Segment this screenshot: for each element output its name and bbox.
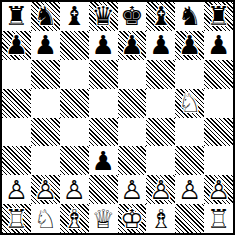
square-g1[interactable] bbox=[175, 204, 204, 233]
square-f3[interactable] bbox=[146, 146, 175, 175]
square-c3[interactable] bbox=[60, 146, 89, 175]
square-c7[interactable] bbox=[60, 31, 89, 60]
square-f5[interactable] bbox=[146, 89, 175, 118]
square-d5[interactable] bbox=[89, 89, 118, 118]
square-a6[interactable] bbox=[2, 60, 31, 89]
square-h4[interactable] bbox=[204, 118, 233, 147]
square-a3[interactable] bbox=[2, 146, 31, 175]
square-b7[interactable]: ♟ bbox=[31, 31, 60, 60]
piece-black-pawn: ♟ bbox=[91, 148, 114, 174]
square-f4[interactable] bbox=[146, 118, 175, 147]
square-b5[interactable] bbox=[31, 89, 60, 118]
square-e4[interactable] bbox=[118, 118, 147, 147]
piece-black-pawn: ♟ bbox=[5, 32, 28, 58]
piece-white-rook: ♖ bbox=[207, 206, 230, 232]
piece-white-pawn: ♙ bbox=[5, 177, 28, 203]
piece-black-king: ♚ bbox=[120, 3, 143, 29]
square-b2[interactable]: ♙ bbox=[31, 175, 60, 204]
piece-white-rook: ♖ bbox=[5, 206, 28, 232]
square-c8[interactable]: ♝ bbox=[60, 2, 89, 31]
square-a2[interactable]: ♙ bbox=[2, 175, 31, 204]
piece-white-queen: ♕ bbox=[91, 206, 114, 232]
square-d3[interactable]: ♟ bbox=[89, 146, 118, 175]
piece-black-pawn: ♟ bbox=[207, 32, 230, 58]
square-a5[interactable] bbox=[2, 89, 31, 118]
square-e1[interactable]: ♔ bbox=[118, 204, 147, 233]
square-b3[interactable] bbox=[31, 146, 60, 175]
square-f2[interactable]: ♙ bbox=[146, 175, 175, 204]
square-c1[interactable]: ♗ bbox=[60, 204, 89, 233]
square-h3[interactable] bbox=[204, 146, 233, 175]
square-e6[interactable] bbox=[118, 60, 147, 89]
piece-white-king: ♔ bbox=[120, 206, 143, 232]
piece-black-pawn: ♟ bbox=[120, 32, 143, 58]
square-h2[interactable]: ♙ bbox=[204, 175, 233, 204]
square-d7[interactable]: ♟ bbox=[89, 31, 118, 60]
piece-white-bishop: ♗ bbox=[63, 206, 86, 232]
square-g5[interactable]: ♘ bbox=[175, 89, 204, 118]
square-b4[interactable] bbox=[31, 118, 60, 147]
piece-black-rook: ♜ bbox=[5, 3, 28, 29]
piece-black-pawn: ♟ bbox=[34, 32, 57, 58]
square-d1[interactable]: ♕ bbox=[89, 204, 118, 233]
piece-white-pawn: ♙ bbox=[63, 177, 86, 203]
piece-black-knight: ♞ bbox=[34, 3, 57, 29]
square-e5[interactable] bbox=[118, 89, 147, 118]
square-a4[interactable] bbox=[2, 118, 31, 147]
square-g2[interactable]: ♙ bbox=[175, 175, 204, 204]
piece-black-pawn: ♟ bbox=[149, 32, 172, 58]
square-e8[interactable]: ♚ bbox=[118, 2, 147, 31]
square-g8[interactable]: ♞ bbox=[175, 2, 204, 31]
square-c4[interactable] bbox=[60, 118, 89, 147]
square-f7[interactable]: ♟ bbox=[146, 31, 175, 60]
square-f6[interactable] bbox=[146, 60, 175, 89]
square-d6[interactable] bbox=[89, 60, 118, 89]
square-b8[interactable]: ♞ bbox=[31, 2, 60, 31]
square-e7[interactable]: ♟ bbox=[118, 31, 147, 60]
square-b6[interactable] bbox=[31, 60, 60, 89]
piece-white-bishop: ♗ bbox=[149, 206, 172, 232]
square-c5[interactable] bbox=[60, 89, 89, 118]
square-c2[interactable]: ♙ bbox=[60, 175, 89, 204]
piece-white-pawn: ♙ bbox=[178, 177, 201, 203]
piece-white-pawn: ♙ bbox=[120, 177, 143, 203]
square-a1[interactable]: ♖ bbox=[2, 204, 31, 233]
square-h7[interactable]: ♟ bbox=[204, 31, 233, 60]
square-g4[interactable] bbox=[175, 118, 204, 147]
square-h1[interactable]: ♖ bbox=[204, 204, 233, 233]
square-e3[interactable] bbox=[118, 146, 147, 175]
square-h6[interactable] bbox=[204, 60, 233, 89]
piece-black-bishop: ♝ bbox=[63, 3, 86, 29]
square-a8[interactable]: ♜ bbox=[2, 2, 31, 31]
square-f8[interactable]: ♝ bbox=[146, 2, 175, 31]
square-c6[interactable] bbox=[60, 60, 89, 89]
chess-board: ♜♞♝♛♚♝♞♜♟♟♟♟♟♟♟♘♟♙♙♙♙♙♙♙♖♘♗♕♔♗♖ bbox=[0, 0, 235, 235]
square-a7[interactable]: ♟ bbox=[2, 31, 31, 60]
square-h5[interactable] bbox=[204, 89, 233, 118]
piece-white-pawn: ♙ bbox=[34, 177, 57, 203]
piece-white-knight: ♘ bbox=[178, 90, 201, 116]
square-f1[interactable]: ♗ bbox=[146, 204, 175, 233]
piece-black-queen: ♛ bbox=[91, 3, 114, 29]
piece-black-rook: ♜ bbox=[207, 3, 230, 29]
square-d8[interactable]: ♛ bbox=[89, 2, 118, 31]
square-g6[interactable] bbox=[175, 60, 204, 89]
piece-white-pawn: ♙ bbox=[149, 177, 172, 203]
square-b1[interactable]: ♘ bbox=[31, 204, 60, 233]
square-d2[interactable] bbox=[89, 175, 118, 204]
square-h8[interactable]: ♜ bbox=[204, 2, 233, 31]
square-e2[interactable]: ♙ bbox=[118, 175, 147, 204]
piece-black-pawn: ♟ bbox=[178, 32, 201, 58]
piece-white-pawn: ♙ bbox=[207, 177, 230, 203]
piece-black-knight: ♞ bbox=[178, 3, 201, 29]
square-g3[interactable] bbox=[175, 146, 204, 175]
piece-white-knight: ♘ bbox=[34, 206, 57, 232]
piece-black-bishop: ♝ bbox=[149, 3, 172, 29]
piece-black-pawn: ♟ bbox=[91, 32, 114, 58]
square-g7[interactable]: ♟ bbox=[175, 31, 204, 60]
square-d4[interactable] bbox=[89, 118, 118, 147]
